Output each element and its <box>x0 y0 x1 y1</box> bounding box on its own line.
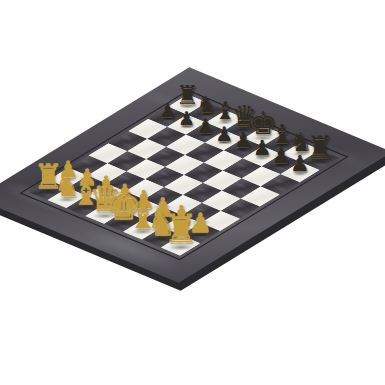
piece-black-pawn-a7[interactable]: ♟ <box>159 101 176 120</box>
piece-black-pawn-h7[interactable]: ♟ <box>290 153 310 175</box>
piece-black-pawn-c7[interactable]: ♟ <box>196 116 214 136</box>
piece-black-pawn-g7[interactable]: ♟ <box>271 145 291 167</box>
piece-black-knight-b8[interactable]: ♞ <box>197 94 217 116</box>
piece-white-rook-h1[interactable]: ♜ <box>163 209 198 248</box>
piece-black-pawn-f7[interactable]: ♟ <box>253 138 272 159</box>
piece-black-pawn-b7[interactable]: ♟ <box>178 109 195 128</box>
piece-black-rook-h8[interactable]: ♜ <box>306 132 334 163</box>
pieces-layer: ♜♜♞♞♝♝♛♛♚♚♝♝♞♞♜♜♟♟♟♟♟♟♟♟♟♟♟♟♟♟♟♟♟♟♟♟♟♟♟♟… <box>0 0 385 385</box>
piece-black-pawn-e7[interactable]: ♟ <box>234 130 253 151</box>
chess-set-photo: ♜♜♞♞♝♝♛♛♚♚♝♝♞♞♜♜♟♟♟♟♟♟♟♟♟♟♟♟♟♟♟♟♟♟♟♟♟♟♟♟… <box>0 0 385 385</box>
piece-black-pawn-d7[interactable]: ♟ <box>215 124 233 144</box>
